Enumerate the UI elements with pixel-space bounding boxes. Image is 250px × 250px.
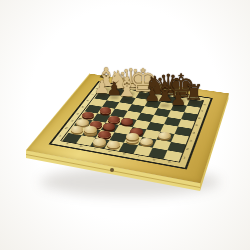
checker-light-b2-2	[84, 126, 96, 133]
checker-dark-c2	[98, 131, 111, 138]
coordinate-file-bottom: h	[167, 160, 171, 163]
coordinate-file-bottom: b	[79, 144, 83, 147]
coordinate-file-bottom: a	[65, 142, 69, 145]
product-photo-chess-checkers-set: aabbccddeeffgghh8877665544332211 ♝♞♛♚♟♞♟…	[0, 0, 250, 250]
coordinate-rank-right: 7	[200, 110, 203, 112]
coordinate-rank-right: 4	[192, 131, 195, 134]
fold-notch	[110, 168, 114, 172]
coordinate-rank-left: 3	[69, 119, 73, 121]
coordinate-rank-left: 1	[58, 134, 62, 137]
coordinate-file-bottom: g	[152, 157, 156, 160]
coordinate-rank-left: 5	[80, 106, 84, 108]
coordinate-rank-right: 1	[182, 156, 186, 159]
coordinate-rank-left: 6	[85, 99, 89, 101]
checker-dark-d4	[121, 118, 133, 125]
square-h1	[163, 149, 182, 160]
checker-light-a2	[71, 126, 83, 133]
coordinate-rank-right: 2	[185, 147, 189, 150]
coordinate-rank-left: 2	[64, 127, 68, 130]
chess-piece-white-bishop-c7: ♝	[114, 74, 140, 100]
checker-dark-b5	[100, 107, 112, 114]
checker-dark-c4	[108, 116, 120, 123]
coordinate-file-bottom: d	[107, 149, 111, 152]
coordinate-rank-left: 4	[75, 112, 79, 114]
coordinate-rank-right: 5	[194, 124, 197, 127]
coordinate-file-bottom: f	[137, 154, 140, 157]
coordinate-rank-right: 3	[188, 139, 192, 142]
coordinate-file-bottom: c	[93, 147, 97, 150]
checker-light-f2	[140, 138, 153, 145]
checker-light-e2-2	[126, 133, 139, 140]
checker-dark-a4	[82, 112, 94, 119]
checker-light-c1	[93, 138, 106, 145]
coordinate-file-bottom: e	[122, 152, 126, 155]
chess-piece-black-pawn-g7: ♟	[169, 90, 187, 108]
checker-light-a3	[76, 119, 88, 126]
coordinate-rank-right: 6	[197, 117, 200, 119]
checker-light-d1	[107, 141, 120, 148]
